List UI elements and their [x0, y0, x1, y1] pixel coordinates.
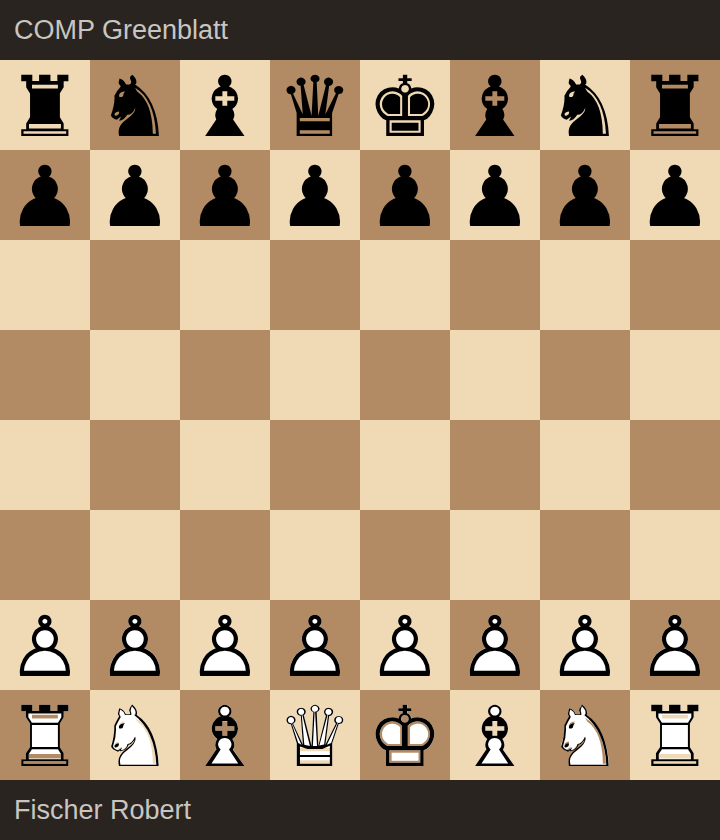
square-h3[interactable] [630, 510, 720, 600]
square-g7[interactable]: ♟ [540, 150, 630, 240]
square-b8[interactable]: ♞ [90, 60, 180, 150]
square-a7[interactable]: ♟ [0, 150, 90, 240]
square-g1[interactable]: ♞♘ [540, 690, 630, 780]
chess-app-window: COMP Greenblatt ♜♞♝♛♚♝♞♜♟♟♟♟♟♟♟♟♟♙♟♙♟♙♟♙… [0, 0, 720, 840]
white-bishop[interactable]: ♝♗ [450, 690, 540, 780]
square-f6[interactable] [450, 240, 540, 330]
black-pawn[interactable]: ♟ [270, 150, 360, 240]
square-e8[interactable]: ♚ [360, 60, 450, 150]
square-g2[interactable]: ♟♙ [540, 600, 630, 690]
square-a3[interactable] [0, 510, 90, 600]
square-b6[interactable] [90, 240, 180, 330]
square-c6[interactable] [180, 240, 270, 330]
bottom-player-name: Fischer Robert [14, 795, 191, 826]
square-c3[interactable] [180, 510, 270, 600]
square-c4[interactable] [180, 420, 270, 510]
square-d6[interactable] [270, 240, 360, 330]
white-pawn[interactable]: ♟♙ [0, 600, 90, 690]
black-knight[interactable]: ♞ [90, 60, 180, 150]
square-d3[interactable] [270, 510, 360, 600]
square-d7[interactable]: ♟ [270, 150, 360, 240]
square-g5[interactable] [540, 330, 630, 420]
square-f3[interactable] [450, 510, 540, 600]
white-pawn[interactable]: ♟♙ [360, 600, 450, 690]
square-e5[interactable] [360, 330, 450, 420]
black-king[interactable]: ♚ [360, 60, 450, 150]
white-bishop[interactable]: ♝♗ [180, 690, 270, 780]
black-rook[interactable]: ♜ [630, 60, 720, 150]
square-e4[interactable] [360, 420, 450, 510]
white-pawn[interactable]: ♟♙ [270, 600, 360, 690]
square-f2[interactable]: ♟♙ [450, 600, 540, 690]
black-pawn[interactable]: ♟ [450, 150, 540, 240]
square-b2[interactable]: ♟♙ [90, 600, 180, 690]
square-h6[interactable] [630, 240, 720, 330]
square-d5[interactable] [270, 330, 360, 420]
square-a2[interactable]: ♟♙ [0, 600, 90, 690]
white-rook[interactable]: ♜♖ [0, 690, 90, 780]
square-b4[interactable] [90, 420, 180, 510]
square-b7[interactable]: ♟ [90, 150, 180, 240]
square-e7[interactable]: ♟ [360, 150, 450, 240]
white-pawn[interactable]: ♟♙ [450, 600, 540, 690]
square-h2[interactable]: ♟♙ [630, 600, 720, 690]
black-pawn[interactable]: ♟ [90, 150, 180, 240]
black-knight[interactable]: ♞ [540, 60, 630, 150]
square-g3[interactable] [540, 510, 630, 600]
black-pawn[interactable]: ♟ [0, 150, 90, 240]
chess-board: ♜♞♝♛♚♝♞♜♟♟♟♟♟♟♟♟♟♙♟♙♟♙♟♙♟♙♟♙♟♙♟♙♜♖♞♘♝♗♛♕… [0, 60, 720, 780]
square-d2[interactable]: ♟♙ [270, 600, 360, 690]
black-queen[interactable]: ♛ [270, 60, 360, 150]
white-knight[interactable]: ♞♘ [90, 690, 180, 780]
square-h7[interactable]: ♟ [630, 150, 720, 240]
square-f5[interactable] [450, 330, 540, 420]
square-f8[interactable]: ♝ [450, 60, 540, 150]
square-h5[interactable] [630, 330, 720, 420]
square-a5[interactable] [0, 330, 90, 420]
square-c1[interactable]: ♝♗ [180, 690, 270, 780]
square-b3[interactable] [90, 510, 180, 600]
white-pawn[interactable]: ♟♙ [180, 600, 270, 690]
white-pawn[interactable]: ♟♙ [540, 600, 630, 690]
square-e2[interactable]: ♟♙ [360, 600, 450, 690]
top-player-bar: COMP Greenblatt [0, 0, 720, 60]
square-e6[interactable] [360, 240, 450, 330]
top-player-name: COMP Greenblatt [14, 15, 228, 46]
square-c5[interactable] [180, 330, 270, 420]
square-e1[interactable]: ♚♔ [360, 690, 450, 780]
square-d1[interactable]: ♛♕ [270, 690, 360, 780]
square-c2[interactable]: ♟♙ [180, 600, 270, 690]
black-rook[interactable]: ♜ [0, 60, 90, 150]
square-f7[interactable]: ♟ [450, 150, 540, 240]
black-pawn[interactable]: ♟ [630, 150, 720, 240]
black-pawn[interactable]: ♟ [360, 150, 450, 240]
square-e3[interactable] [360, 510, 450, 600]
square-c8[interactable]: ♝ [180, 60, 270, 150]
white-queen[interactable]: ♛♕ [270, 690, 360, 780]
square-h1[interactable]: ♜♖ [630, 690, 720, 780]
square-h8[interactable]: ♜ [630, 60, 720, 150]
square-b5[interactable] [90, 330, 180, 420]
white-knight[interactable]: ♞♘ [540, 690, 630, 780]
black-pawn[interactable]: ♟ [540, 150, 630, 240]
square-a4[interactable] [0, 420, 90, 510]
square-d4[interactable] [270, 420, 360, 510]
black-bishop[interactable]: ♝ [180, 60, 270, 150]
white-pawn[interactable]: ♟♙ [90, 600, 180, 690]
white-rook[interactable]: ♜♖ [630, 690, 720, 780]
square-a8[interactable]: ♜ [0, 60, 90, 150]
black-pawn[interactable]: ♟ [180, 150, 270, 240]
black-bishop[interactable]: ♝ [450, 60, 540, 150]
square-g4[interactable] [540, 420, 630, 510]
square-a1[interactable]: ♜♖ [0, 690, 90, 780]
square-f1[interactable]: ♝♗ [450, 690, 540, 780]
square-d8[interactable]: ♛ [270, 60, 360, 150]
white-pawn[interactable]: ♟♙ [630, 600, 720, 690]
square-g6[interactable] [540, 240, 630, 330]
white-king[interactable]: ♚♔ [360, 690, 450, 780]
square-a6[interactable] [0, 240, 90, 330]
bottom-player-bar: Fischer Robert [0, 780, 720, 840]
square-h4[interactable] [630, 420, 720, 510]
square-b1[interactable]: ♞♘ [90, 690, 180, 780]
square-f4[interactable] [450, 420, 540, 510]
square-c7[interactable]: ♟ [180, 150, 270, 240]
square-g8[interactable]: ♞ [540, 60, 630, 150]
